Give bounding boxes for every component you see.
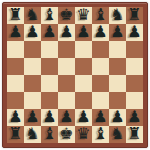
square-g3[interactable] <box>24 41 41 58</box>
black-pawn-piece: ♟ <box>42 108 56 125</box>
square-e7[interactable]: ♟ <box>58 109 75 126</box>
black-pawn-piece: ♟ <box>76 108 90 125</box>
white-bishop-piece: ♝ <box>93 6 107 23</box>
square-a8[interactable]: ♜ <box>126 126 143 143</box>
square-e1[interactable]: ♚ <box>58 7 75 24</box>
square-h2[interactable]: ♟ <box>7 24 24 41</box>
square-c6[interactable] <box>92 92 109 109</box>
square-g5[interactable] <box>24 75 41 92</box>
square-h1[interactable]: ♜ <box>7 7 24 24</box>
square-a5[interactable] <box>126 75 143 92</box>
square-e8[interactable]: ♚ <box>58 126 75 143</box>
square-c8[interactable]: ♝ <box>92 126 109 143</box>
black-pawn-piece: ♟ <box>59 108 73 125</box>
square-a4[interactable] <box>126 58 143 75</box>
square-c1[interactable]: ♝ <box>92 7 109 24</box>
black-rook-piece: ♜ <box>8 125 22 142</box>
square-f6[interactable] <box>41 92 58 109</box>
black-pawn-piece: ♟ <box>93 108 107 125</box>
square-d1[interactable]: ♛ <box>75 7 92 24</box>
square-f1[interactable]: ♝ <box>41 7 58 24</box>
square-f2[interactable]: ♟ <box>41 24 58 41</box>
square-d3[interactable] <box>75 41 92 58</box>
square-d2[interactable]: ♟ <box>75 24 92 41</box>
square-b2[interactable]: ♟ <box>109 24 126 41</box>
black-pawn-piece: ♟ <box>8 108 22 125</box>
square-b5[interactable] <box>109 75 126 92</box>
square-b4[interactable] <box>109 58 126 75</box>
white-king-piece: ♚ <box>59 6 73 23</box>
square-c7[interactable]: ♟ <box>92 109 109 126</box>
square-d6[interactable] <box>75 92 92 109</box>
board-frame: ♜♞♝♚♛♝♞♜♟♟♟♟♟♟♟♟♟♟♟♟♟♟♟♟♜♞♝♚♛♝♞♜ <box>2 2 148 148</box>
square-a2[interactable]: ♟ <box>126 24 143 41</box>
white-rook-piece: ♜ <box>8 6 22 23</box>
square-b6[interactable] <box>109 92 126 109</box>
white-pawn-piece: ♟ <box>93 23 107 40</box>
square-c2[interactable]: ♟ <box>92 24 109 41</box>
square-g6[interactable] <box>24 92 41 109</box>
black-bishop-piece: ♝ <box>93 125 107 142</box>
white-pawn-piece: ♟ <box>25 23 39 40</box>
square-a7[interactable]: ♟ <box>126 109 143 126</box>
square-h6[interactable] <box>7 92 24 109</box>
square-h8[interactable]: ♜ <box>7 126 24 143</box>
black-pawn-piece: ♟ <box>25 108 39 125</box>
square-c5[interactable] <box>92 75 109 92</box>
white-knight-piece: ♞ <box>25 6 39 23</box>
white-knight-piece: ♞ <box>110 6 124 23</box>
square-g2[interactable]: ♟ <box>24 24 41 41</box>
square-f8[interactable]: ♝ <box>41 126 58 143</box>
square-a6[interactable] <box>126 92 143 109</box>
white-bishop-piece: ♝ <box>42 6 56 23</box>
white-queen-piece: ♛ <box>76 6 90 23</box>
square-h7[interactable]: ♟ <box>7 109 24 126</box>
square-h3[interactable] <box>7 41 24 58</box>
square-e6[interactable] <box>58 92 75 109</box>
square-e3[interactable] <box>58 41 75 58</box>
black-king-piece: ♚ <box>59 125 73 142</box>
square-d4[interactable] <box>75 58 92 75</box>
black-knight-piece: ♞ <box>25 125 39 142</box>
square-f7[interactable]: ♟ <box>41 109 58 126</box>
white-pawn-piece: ♟ <box>42 23 56 40</box>
black-bishop-piece: ♝ <box>42 125 56 142</box>
square-c4[interactable] <box>92 58 109 75</box>
square-c3[interactable] <box>92 41 109 58</box>
square-a1[interactable]: ♜ <box>126 7 143 24</box>
square-f3[interactable] <box>41 41 58 58</box>
square-b8[interactable]: ♞ <box>109 126 126 143</box>
square-f5[interactable] <box>41 75 58 92</box>
square-g7[interactable]: ♟ <box>24 109 41 126</box>
square-e2[interactable]: ♟ <box>58 24 75 41</box>
black-rook-piece: ♜ <box>127 125 141 142</box>
square-h5[interactable] <box>7 75 24 92</box>
black-pawn-piece: ♟ <box>127 108 141 125</box>
square-b7[interactable]: ♟ <box>109 109 126 126</box>
square-d7[interactable]: ♟ <box>75 109 92 126</box>
white-pawn-piece: ♟ <box>59 23 73 40</box>
square-b1[interactable]: ♞ <box>109 7 126 24</box>
square-d8[interactable]: ♛ <box>75 126 92 143</box>
white-pawn-piece: ♟ <box>127 23 141 40</box>
white-pawn-piece: ♟ <box>8 23 22 40</box>
square-g4[interactable] <box>24 58 41 75</box>
black-queen-piece: ♛ <box>76 125 90 142</box>
square-g1[interactable]: ♞ <box>24 7 41 24</box>
square-d5[interactable] <box>75 75 92 92</box>
white-pawn-piece: ♟ <box>76 23 90 40</box>
square-e5[interactable] <box>58 75 75 92</box>
white-pawn-piece: ♟ <box>110 23 124 40</box>
white-rook-piece: ♜ <box>127 6 141 23</box>
board-grid: ♜♞♝♚♛♝♞♜♟♟♟♟♟♟♟♟♟♟♟♟♟♟♟♟♜♞♝♚♛♝♞♜ <box>7 7 143 143</box>
square-g8[interactable]: ♞ <box>24 126 41 143</box>
chess-board: ♜♞♝♚♛♝♞♜♟♟♟♟♟♟♟♟♟♟♟♟♟♟♟♟♜♞♝♚♛♝♞♜ <box>0 0 150 150</box>
square-a3[interactable] <box>126 41 143 58</box>
square-e4[interactable] <box>58 58 75 75</box>
square-f4[interactable] <box>41 58 58 75</box>
black-knight-piece: ♞ <box>110 125 124 142</box>
square-h4[interactable] <box>7 58 24 75</box>
square-b3[interactable] <box>109 41 126 58</box>
black-pawn-piece: ♟ <box>110 108 124 125</box>
